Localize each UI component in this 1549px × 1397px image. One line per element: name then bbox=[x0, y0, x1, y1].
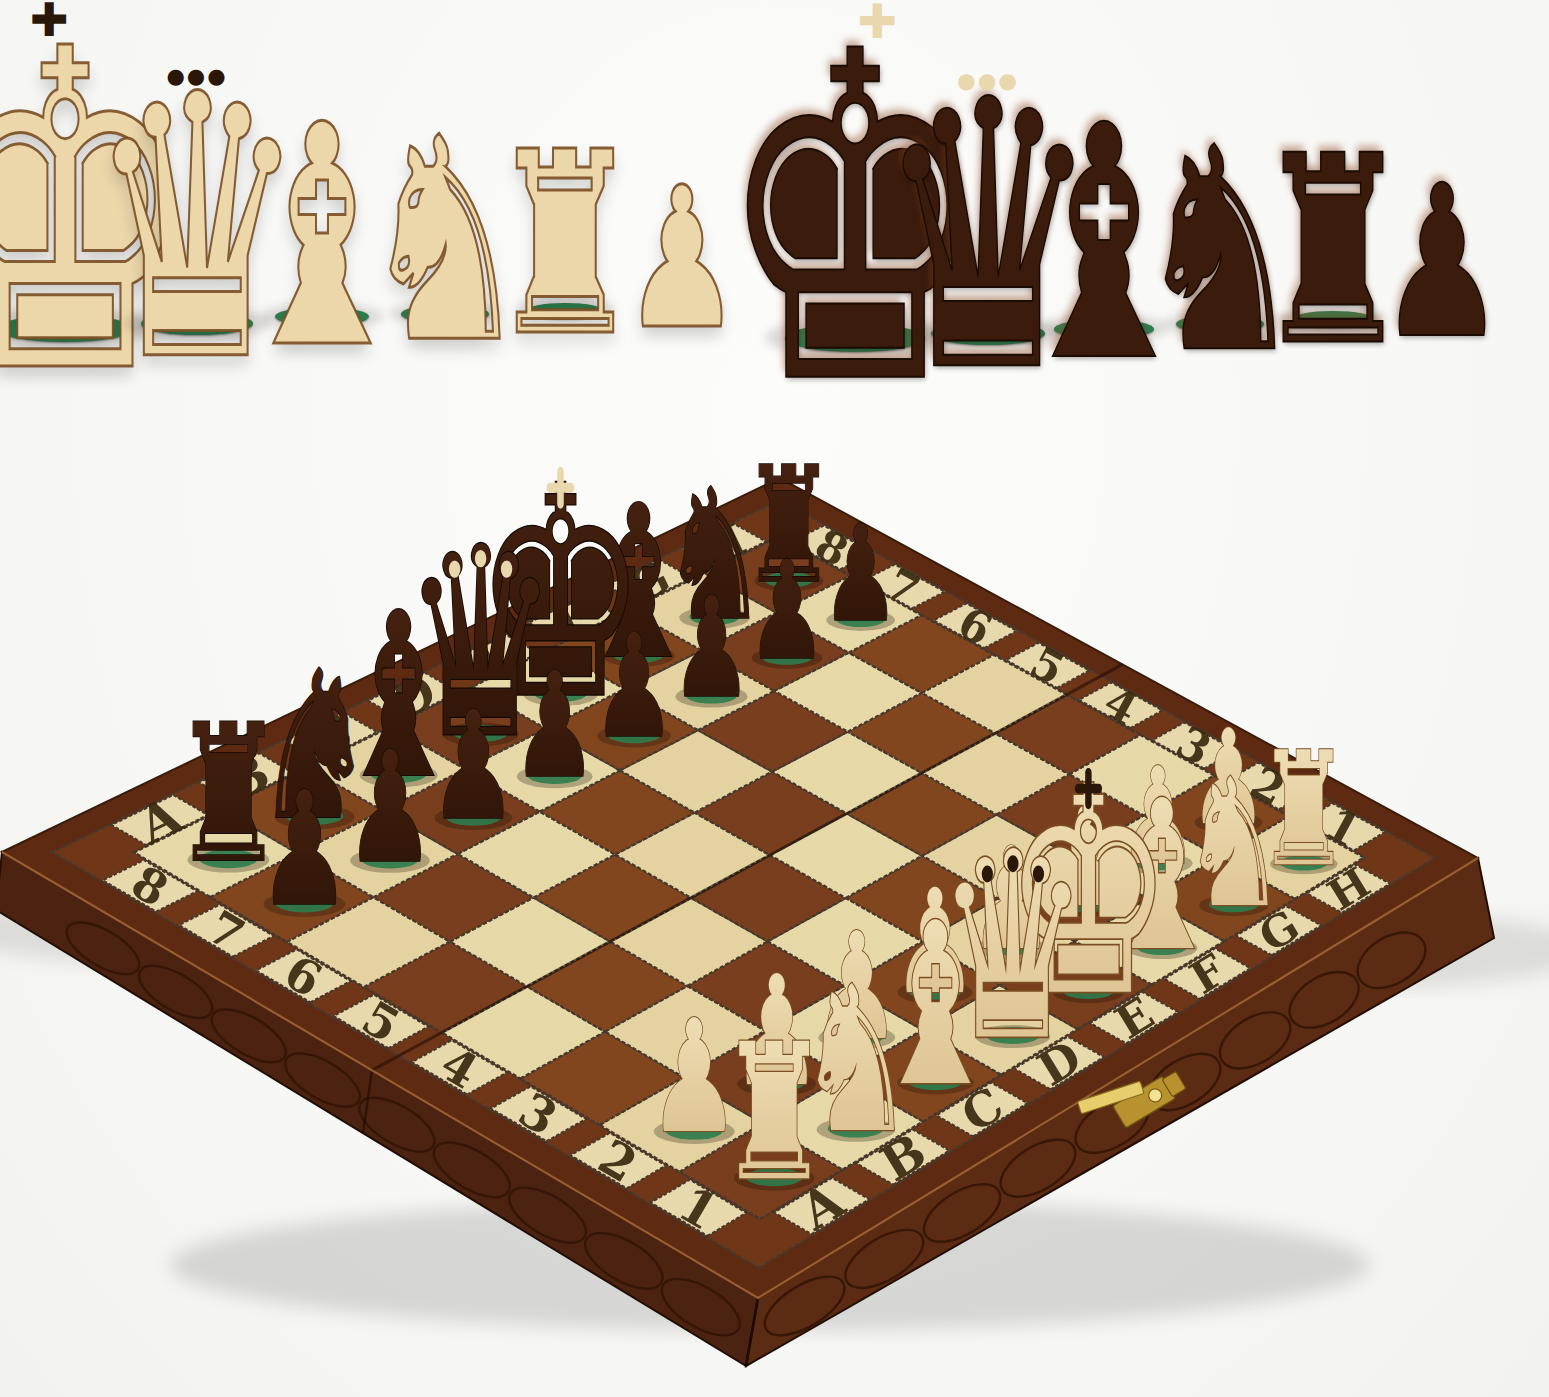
piece-black-pawn-f7: ♟ bbox=[670, 568, 752, 730]
piece-white-rook-a1: ♜ bbox=[719, 1003, 830, 1223]
svg-text:♟: ♟ bbox=[821, 496, 900, 652]
svg-text:♟: ♟ bbox=[592, 604, 677, 770]
svg-text:♟: ♟ bbox=[344, 718, 435, 897]
piece-black-pawn-d7: ♟ bbox=[512, 641, 598, 811]
queen-ball-finial bbox=[1007, 855, 1018, 872]
piece-black-pawn-e7: ♟ bbox=[592, 604, 677, 770]
svg-text:♜: ♜ bbox=[719, 1003, 830, 1223]
page: { "game": "chess", "scene": "wooden fold… bbox=[0, 0, 1549, 1397]
piece-black-pawn-c7: ♟ bbox=[429, 679, 518, 854]
svg-text:♟: ♟ bbox=[258, 758, 351, 942]
queen-ball-finial bbox=[1033, 865, 1044, 882]
svg-text:♟: ♟ bbox=[670, 568, 752, 730]
piece-black-pawn-a7: ♟ bbox=[258, 758, 351, 942]
queen-ball-finial bbox=[501, 560, 512, 577]
piece-black-pawn-h7: ♟ bbox=[821, 496, 900, 652]
piece-black-pawn-b7: ♟ bbox=[344, 718, 435, 897]
svg-text:♟: ♟ bbox=[429, 679, 518, 854]
svg-text:♟: ♟ bbox=[747, 532, 827, 690]
product-photo: ♚✚♛●●●♝♞♜♟ ♚✚♛●●●♝♞♜♟ AA11BB22CC33DD44EE… bbox=[0, 0, 1549, 1397]
chess-board: AA11BB22CC33DD44EE55FF66GG77HH88♜♞♟♝♟♚♟♛… bbox=[0, 0, 1549, 1397]
piece-black-pawn-g7: ♟ bbox=[747, 532, 827, 690]
svg-text:♟: ♟ bbox=[512, 641, 598, 811]
queen-ball-finial bbox=[475, 550, 486, 567]
